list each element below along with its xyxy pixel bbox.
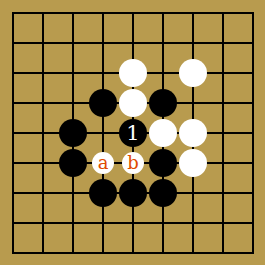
black-stone bbox=[89, 89, 117, 117]
label-point-a[interactable]: a bbox=[92, 152, 114, 174]
black-stone bbox=[59, 149, 87, 177]
go-board[interactable]: 1ab bbox=[0, 0, 265, 265]
white-stone bbox=[179, 119, 207, 147]
black-stone bbox=[89, 179, 117, 207]
stones-layer: 1ab bbox=[0, 0, 265, 265]
black-stone bbox=[59, 119, 87, 147]
black-stone bbox=[149, 179, 177, 207]
black-stone bbox=[149, 89, 177, 117]
black-stone-move-1: 1 bbox=[119, 119, 147, 147]
black-stone bbox=[119, 179, 147, 207]
white-stone bbox=[179, 59, 207, 87]
white-stone bbox=[119, 89, 147, 117]
black-stone bbox=[149, 149, 177, 177]
move-number-label: 1 bbox=[126, 119, 139, 147]
white-stone bbox=[179, 149, 207, 177]
white-stone bbox=[149, 119, 177, 147]
white-stone bbox=[119, 59, 147, 87]
label-point-b[interactable]: b bbox=[122, 152, 144, 174]
